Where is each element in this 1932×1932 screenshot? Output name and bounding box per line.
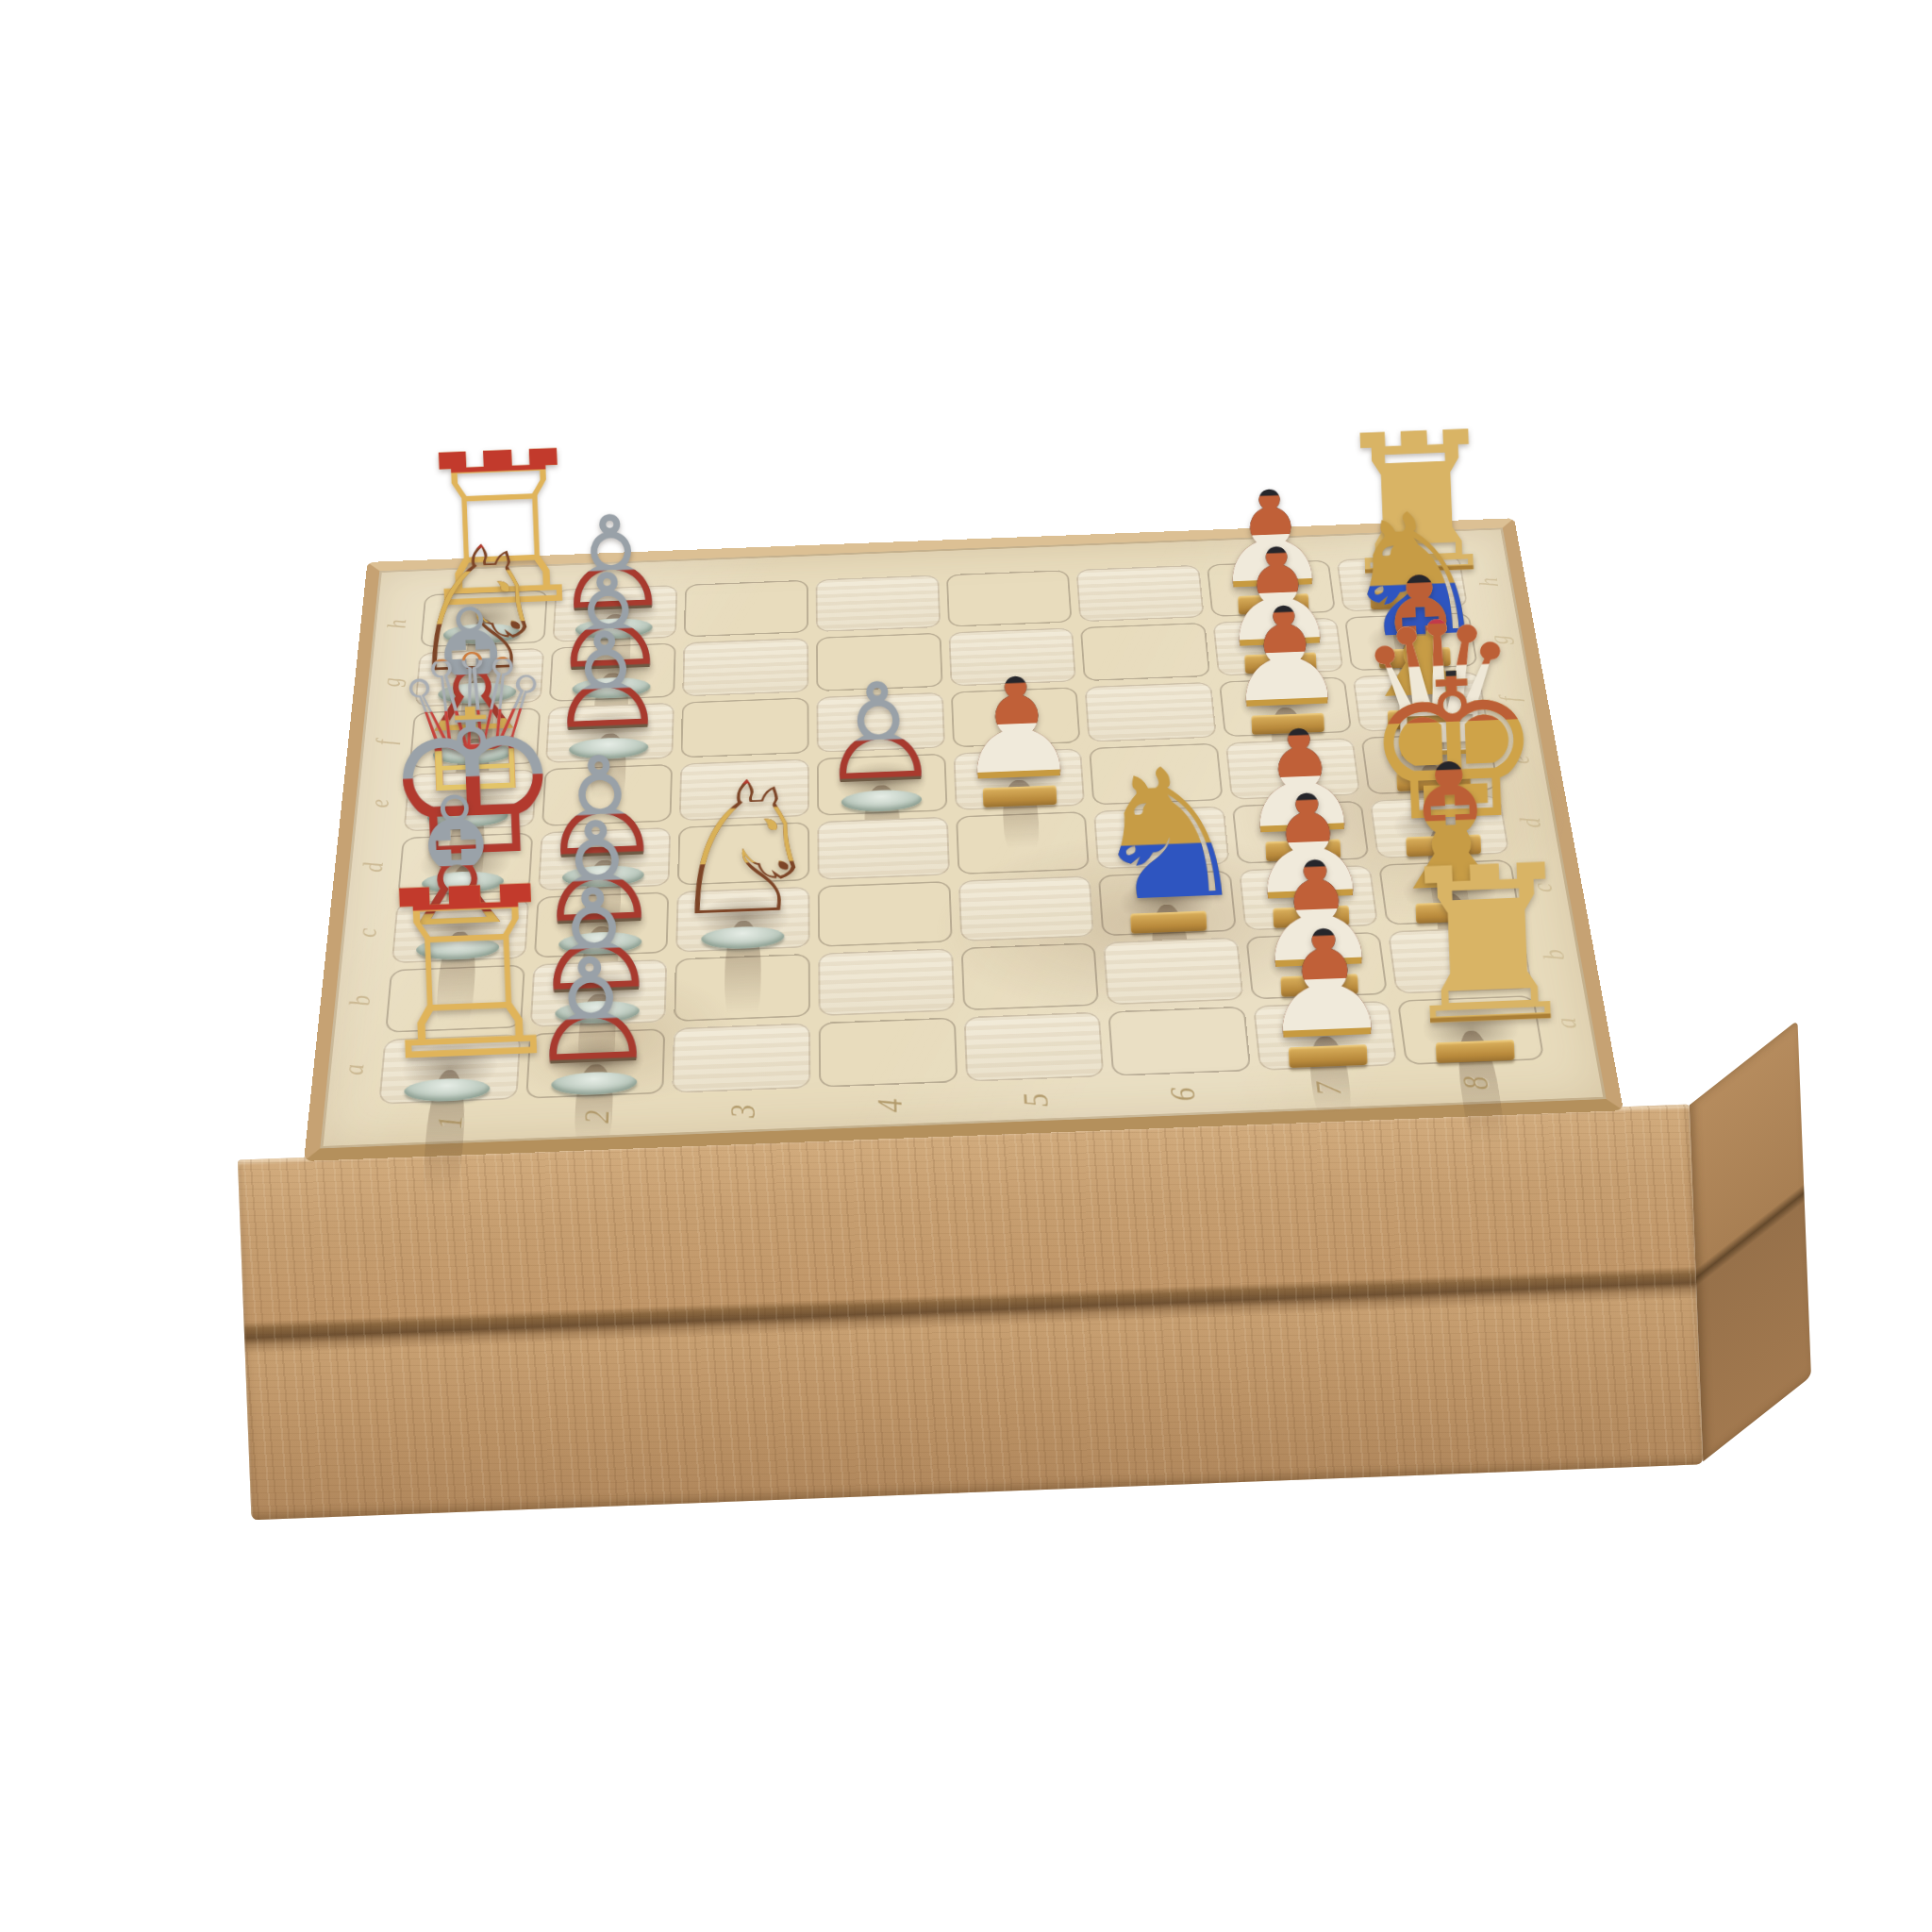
piece-black-pawn-d5[interactable]: ♟♟♟♟ bbox=[941, 660, 1094, 808]
file-letter-label: f bbox=[342, 725, 428, 758]
rank-number-label: 5 bbox=[1010, 1041, 1061, 1159]
file-letter-label: c bbox=[1496, 870, 1589, 906]
square-f5[interactable] bbox=[958, 875, 1094, 941]
wooden-box-right-side bbox=[1690, 1020, 1811, 1461]
file-letter-label: d bbox=[1486, 806, 1576, 841]
white-knight-glyph: ♘♘♘ bbox=[659, 760, 827, 938]
file-letter-label: e bbox=[1475, 743, 1565, 777]
board-grid: ♖♖♙♙♙♟♟♟♟♜♜♘♘♘♙♙♙♟♟♟♟♞♞♞♗♗♗♙♙♙♟♟♟♟♝♝♝♕♕♕… bbox=[378, 555, 1544, 1105]
square-d4[interactable]: ♙♙♙ bbox=[817, 753, 947, 815]
file-letter-label: g bbox=[349, 666, 434, 698]
rank-number-label: 4 bbox=[866, 1047, 913, 1166]
file-letter-label: a bbox=[1519, 1005, 1614, 1042]
square-g4[interactable] bbox=[818, 948, 955, 1016]
file-letter-label: g bbox=[1456, 624, 1542, 656]
black-pawn-glyph: ♟♟♟♟ bbox=[953, 661, 1082, 797]
square-f4[interactable] bbox=[818, 881, 953, 947]
square-b3[interactable] bbox=[682, 638, 808, 696]
rank-number-label: 3 bbox=[719, 1053, 765, 1172]
piece-black-knight-f6[interactable]: ♞♞♞ bbox=[1086, 748, 1246, 936]
square-d5[interactable]: ♟♟♟♟ bbox=[953, 748, 1085, 810]
square-g5[interactable] bbox=[960, 942, 1099, 1010]
black-knight-glyph: ♞♞♞ bbox=[1086, 748, 1253, 924]
chess-set-product-photo: ♖♖♙♙♙♟♟♟♟♜♜♘♘♘♙♙♙♟♟♟♟♞♞♞♗♗♗♙♙♙♟♟♟♟♝♝♝♕♕♕… bbox=[0, 0, 1932, 1932]
file-letter-label: h bbox=[1446, 567, 1532, 598]
white-pawn-glyph: ♙♙♙ bbox=[815, 667, 942, 801]
file-letter-label: h bbox=[356, 608, 439, 640]
square-g6[interactable] bbox=[1103, 938, 1243, 1006]
file-letter-label: e bbox=[336, 787, 423, 821]
square-a3[interactable] bbox=[684, 580, 808, 638]
square-a4[interactable] bbox=[816, 575, 941, 632]
square-b6[interactable] bbox=[1080, 623, 1210, 681]
square-e5[interactable] bbox=[956, 811, 1090, 875]
file-letter-label: a bbox=[308, 1051, 400, 1090]
square-g3[interactable] bbox=[674, 954, 809, 1022]
file-letter-label: b bbox=[315, 982, 407, 1020]
file-letter-label: b bbox=[1507, 936, 1602, 973]
piece-white-knight-f3[interactable]: ♘♘♘ bbox=[659, 760, 820, 951]
file-letter-label: f bbox=[1466, 682, 1554, 715]
square-a5[interactable] bbox=[946, 570, 1073, 626]
piece-white-pawn-d4[interactable]: ♙♙♙ bbox=[802, 666, 956, 814]
square-a6[interactable] bbox=[1076, 565, 1205, 622]
square-f3[interactable]: ♘♘♘ bbox=[675, 887, 809, 953]
square-f6[interactable]: ♞♞♞ bbox=[1098, 871, 1237, 937]
board-surface[interactable]: ♖♖♙♙♙♟♟♟♟♜♜♘♘♘♙♙♙♟♟♟♟♞♞♞♗♗♗♙♙♙♟♟♟♟♝♝♝♕♕♕… bbox=[304, 518, 1624, 1161]
scene-tilt: ♖♖♙♙♙♟♟♟♟♜♜♘♘♘♙♙♙♟♟♟♟♞♞♞♗♗♗♙♙♙♟♟♟♟♝♝♝♕♕♕… bbox=[0, 0, 1932, 1932]
file-letter-label: c bbox=[323, 915, 412, 951]
board-stage: ♖♖♙♙♙♟♟♟♟♜♜♘♘♘♙♙♙♟♟♟♟♞♞♞♗♗♗♙♙♙♟♟♟♟♝♝♝♕♕♕… bbox=[271, 257, 1624, 1161]
rank-number-label: 2 bbox=[571, 1058, 621, 1177]
file-letter-label: d bbox=[329, 850, 418, 885]
